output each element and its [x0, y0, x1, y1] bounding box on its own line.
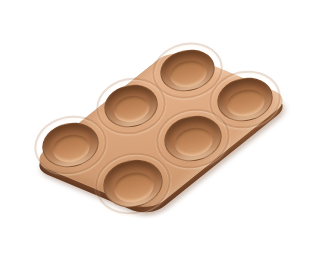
cup-bottom: [49, 131, 92, 166]
muffin-cup: [99, 154, 167, 212]
cup-bottom: [111, 168, 156, 205]
muffin-cup: [100, 80, 162, 132]
muffin-cup: [156, 44, 218, 96]
muffin-cup: [160, 110, 226, 166]
product-photo: [0, 0, 320, 267]
cup-bottom: [172, 124, 216, 159]
cup-bottom: [111, 93, 152, 126]
muffin-cup-grid: [0, 0, 320, 267]
muffin-cup: [38, 118, 103, 173]
cup-bottom: [167, 57, 208, 89]
cup-bottom: [225, 85, 267, 119]
